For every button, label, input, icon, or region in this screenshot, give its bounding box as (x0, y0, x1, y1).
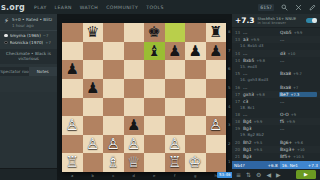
white-move-cell[interactable]: Bg4+9.9 (243, 119, 280, 124)
move-row: 19Bg3… (232, 125, 320, 132)
move-san: … (243, 85, 247, 90)
move-san: … (280, 58, 284, 63)
square-h4[interactable] (206, 98, 227, 117)
square-c4[interactable] (103, 98, 124, 117)
move-number: 13 (235, 30, 243, 35)
square-b2[interactable]: ♙ (83, 135, 104, 154)
piece-white-pawn[interactable]: ♙ (62, 116, 83, 135)
square-d3[interactable]: ♟ (124, 116, 145, 135)
blitz-icon: ⚡ (4, 17, 9, 28)
square-h5[interactable] (206, 79, 227, 98)
square-e4[interactable] (144, 98, 165, 117)
file-coordinates: abcdefgh (62, 173, 226, 178)
black-move-cell[interactable]: Bxg3++10 (280, 147, 317, 152)
white-move-cell[interactable]: Bxb5+9.8 (243, 58, 280, 63)
rank-label-8: 8 (227, 23, 230, 42)
square-d4[interactable] (124, 98, 145, 117)
board-column: ♛♚♜♝♟♟♟♟♟♙♟♙♙♙♙♙♖♗♕♖♔ abcdefgh 87654321 … (57, 14, 232, 180)
piece-black-pawn[interactable]: ♟ (83, 79, 104, 98)
black-move-cell[interactable]: Qxb5+9.9 (280, 30, 317, 35)
square-g8[interactable] (185, 23, 206, 42)
move-eval: +9.8 (256, 59, 265, 63)
black-move-cell[interactable]: … (280, 37, 317, 42)
move-number: 18 (235, 119, 243, 124)
game-info-sidebar: ⚡ 5+0 • Rated • Blitz 1 hour ago Smyrna … (0, 14, 57, 180)
black-move-cell[interactable]: … (280, 99, 317, 104)
move-san: … (280, 99, 284, 104)
square-d2[interactable]: ♙ (124, 135, 145, 154)
move-eval: +7 (293, 86, 298, 90)
move-san: … (243, 71, 247, 76)
move-eval: +9.5 (254, 141, 263, 145)
square-g1[interactable]: ♔ (185, 153, 206, 172)
move-san: Bxb5 (243, 58, 254, 63)
black-move-cell[interactable]: Bf5++10.5 (280, 154, 317, 159)
game-meta: ⚡ 5+0 • Rated • Blitz 1 hour ago (0, 14, 57, 30)
rank-label-7: 7 (227, 42, 230, 61)
move-eval: +9 (291, 113, 296, 117)
square-f3[interactable] (165, 116, 186, 135)
move-san: … (280, 37, 284, 42)
white-move-cell[interactable]: Bg3 (243, 154, 280, 159)
square-d1[interactable]: ♕ (124, 153, 145, 172)
black-move-cell[interactable]: … (280, 58, 317, 63)
white-move-cell[interactable]: … (243, 85, 280, 90)
rank-label-5: 5 (227, 79, 230, 98)
game-result-text: Checkmate • Black is victorious (0, 49, 57, 64)
piece-black-queen[interactable]: ♛ (83, 23, 104, 42)
square-a3[interactable]: ♙ (62, 116, 83, 135)
square-c5[interactable] (103, 79, 124, 98)
move-row: 13…Qxb5+9.9 (232, 29, 320, 36)
square-e1[interactable] (144, 153, 165, 172)
black-move-cell[interactable]: d3+10 (280, 51, 317, 56)
move-eval: +9.9 (286, 120, 295, 124)
site-logo[interactable]: s.org (1, 3, 25, 12)
white-color-icon (4, 34, 8, 38)
rank-label-2: 2 (227, 135, 230, 154)
piece-black-pawn[interactable]: ♟ (206, 42, 227, 61)
square-b1[interactable] (83, 153, 104, 172)
move-eval: +9.7 (293, 72, 302, 76)
square-h6[interactable] (206, 60, 227, 79)
move-san: O-O (280, 112, 289, 117)
white-move-cell[interactable]: a3+9.9 (243, 37, 280, 42)
file-label-e: e (144, 173, 165, 178)
engine-header: +7.3 Stockfish 16+ NNUE in local browser (232, 14, 320, 28)
move-number: 19 (235, 126, 243, 131)
search-icon[interactable] (281, 4, 288, 11)
move-number: 14 (235, 58, 243, 63)
move-san: Bxa8 (280, 85, 291, 90)
best-move-segment[interactable]: 16. Ne1 +7.3 (280, 161, 320, 169)
move-row: 15…Bxa8+9.7 (232, 70, 320, 77)
square-h7[interactable]: ♟ (206, 42, 227, 61)
move-eval: +9.9 (254, 120, 263, 124)
move-row: 16…Bxa8+7 (232, 84, 320, 91)
move-san: Bh2 (243, 140, 252, 145)
square-e2[interactable] (144, 135, 165, 154)
lichess-analysis-page: s.org PLAYLEARNWATCHCOMMUNITYTOOLS 6157 … (0, 0, 320, 180)
black-move-cell[interactable]: Be7+7.3 (279, 92, 317, 97)
engine-toggle[interactable] (306, 18, 317, 24)
move-row: 21Bg3Bf5++10.5 (232, 153, 320, 160)
square-d8[interactable] (124, 23, 145, 42)
move-eval: +7.3 (291, 93, 300, 97)
square-b4[interactable] (83, 98, 104, 117)
mistake-eval: +6.8 (267, 163, 277, 168)
file-label-d: d (124, 173, 145, 178)
move-number: 14 (235, 51, 243, 56)
move-eval: +9.9 (250, 38, 259, 42)
move-eval: +9.9 (294, 31, 303, 35)
next-mistake-button[interactable]: ▶ (296, 170, 316, 179)
move-san: a3 (243, 37, 248, 42)
move-row: 20Bg1+9.5Bxg3++10 (232, 146, 320, 153)
square-c3[interactable] (103, 116, 124, 135)
move-eval: +9.6 (294, 141, 303, 145)
white-move-cell[interactable]: Bg1+9.5 (243, 147, 280, 152)
move-san: … (280, 126, 284, 131)
move-number: 21 (235, 154, 243, 159)
square-f4[interactable] (165, 98, 186, 117)
move-row: 14…d3+10 (232, 50, 320, 57)
move-row: 18…O-O+9 (232, 111, 320, 118)
piece-black-pawn[interactable]: ♟ (165, 42, 186, 61)
white-move-cell[interactable]: Bg3 (243, 126, 280, 131)
chat-area (0, 92, 57, 168)
square-b8[interactable]: ♛ (83, 23, 104, 42)
square-h1[interactable] (206, 153, 227, 172)
chess-board: ♛♚♜♝♟♟♟♟♟♙♟♙♙♙♙♙♖♗♕♖♔ (62, 23, 226, 172)
square-g6[interactable] (185, 60, 206, 79)
move-number: 18 (235, 112, 243, 117)
square-d7[interactable] (124, 42, 145, 61)
black-move-cell[interactable]: Bg6++9.6 (280, 140, 317, 145)
white-move-cell[interactable]: gxh3+9.8 (243, 92, 279, 97)
square-c2[interactable]: ♙ (103, 135, 124, 154)
move-eval: +9.5 (254, 148, 263, 152)
white-rating-delta: −7 (43, 33, 49, 38)
game-format: 5+0 • Rated • Blitz (12, 17, 52, 22)
challenges-icon[interactable] (295, 4, 302, 11)
black-move-cell[interactable]: Bxa8+9.7 (280, 71, 317, 76)
analysis-toolbar: ≡⇅⚙◀▶▶ (232, 169, 320, 180)
black-color-icon (4, 41, 8, 45)
square-f6[interactable] (165, 60, 186, 79)
move-row: 13a3+9.9… (232, 36, 320, 43)
edit-icon[interactable] (309, 4, 316, 11)
top-nav-bar: s.org PLAYLEARNWATCHCOMMUNITYTOOLS 6157 (0, 0, 320, 14)
square-f2[interactable]: ♙ (165, 135, 186, 154)
clock-badge: 53:46 (217, 172, 233, 178)
square-c7[interactable] (103, 42, 124, 61)
square-b3[interactable] (83, 116, 104, 135)
tab-notes[interactable]: Notes (29, 67, 58, 76)
move-san: gxh3 (243, 92, 254, 97)
next-move-icon[interactable]: ▶ (276, 169, 281, 180)
piece-white-pawn[interactable]: ♙ (83, 135, 104, 154)
file-label-c: c (103, 173, 124, 178)
square-d6[interactable] (124, 60, 145, 79)
nav-item-community[interactable]: COMMUNITY (106, 5, 138, 10)
best-eval: +7.3 (308, 163, 318, 168)
piece-black-pawn[interactable]: ♟ (124, 116, 145, 135)
square-e5[interactable] (144, 79, 165, 98)
black-move-cell[interactable]: O-O+9 (280, 112, 317, 117)
move-list: 13…Qxb5+9.913a3+9.9…14. Bxb5 d314…d3+101… (232, 28, 320, 161)
rank-label-4: 4 (227, 98, 230, 117)
black-move-cell[interactable]: … (280, 126, 317, 131)
move-san: … (243, 112, 247, 117)
analysis-panel: +7.3 Stockfish 16+ NNUE in local browser… (232, 14, 320, 180)
black-player-row[interactable]: Rosnicka (1970) +7 (4, 40, 53, 45)
square-a1[interactable]: ♖ (62, 153, 83, 172)
move-san: Qxb5 (280, 30, 292, 35)
piece-black-rook[interactable]: ♜ (206, 23, 227, 42)
white-player-name[interactable]: Smyrna (1965) (10, 33, 41, 38)
square-h8[interactable]: ♜ (206, 23, 227, 42)
move-number: 20 (235, 140, 243, 145)
retro-feedback-bar: Nb4? +6.8 16. Ne1 +7.3 (232, 161, 320, 169)
move-san: f5 (280, 119, 284, 124)
square-b7[interactable] (83, 42, 104, 61)
square-e7[interactable]: ♝ (144, 42, 165, 61)
move-san: Be7 (280, 92, 289, 97)
move-row: 20Bh2+9.5Bg6++9.6 (232, 139, 320, 146)
piece-black-pawn[interactable]: ♟ (185, 42, 206, 61)
move-row: 14Bxb5+9.8… (232, 57, 320, 64)
header-user[interactable]: 6157 (258, 4, 274, 11)
square-c6[interactable] (103, 60, 124, 79)
game-time-ago: 1 hour ago (12, 23, 52, 28)
nav-item-tools[interactable]: TOOLS (146, 5, 164, 10)
file-label-b: b (83, 173, 104, 178)
file-label-g: g (185, 173, 206, 178)
square-g5[interactable] (185, 79, 206, 98)
square-g2[interactable] (185, 135, 206, 154)
menu-icon[interactable]: ≡ (236, 169, 241, 180)
move-san: Bf5+ (280, 154, 291, 159)
move-row: 17c3… (232, 98, 320, 105)
file-label-a: a (62, 173, 83, 178)
rank-label-6: 6 (227, 60, 230, 79)
move-san: Bg6+ (280, 140, 292, 145)
white-move-cell[interactable]: c3 (243, 99, 280, 104)
move-san: … (243, 51, 247, 56)
square-a6[interactable]: ♟ (62, 60, 83, 79)
piece-white-rook[interactable]: ♖ (165, 153, 186, 172)
square-c8[interactable] (103, 23, 124, 42)
rank-label-3: 3 (227, 116, 230, 135)
square-f7[interactable]: ♟ (165, 42, 186, 61)
square-e6[interactable] (144, 60, 165, 79)
square-g4[interactable] (185, 98, 206, 117)
chat-input[interactable] (0, 168, 57, 180)
move-san: … (243, 30, 247, 35)
piece-white-pawn[interactable]: ♙ (206, 116, 227, 135)
piece-white-pawn[interactable]: ♙ (103, 135, 124, 154)
nav-item-watch[interactable]: WATCH (80, 5, 98, 10)
nav-item-play[interactable]: PLAY (34, 5, 47, 10)
prev-move-icon[interactable]: ◀ (266, 169, 271, 180)
move-number: 17 (235, 92, 243, 97)
mistake-move: Nb4? (234, 163, 245, 168)
square-f1[interactable]: ♖ (165, 153, 186, 172)
square-f5[interactable] (165, 79, 186, 98)
toggle-knob (312, 18, 317, 23)
move-san: c3 (243, 99, 248, 104)
black-move-cell[interactable]: Bxa8+7 (280, 85, 317, 90)
settings-icon[interactable]: ⚙ (256, 169, 261, 180)
header-right: 6157 (258, 0, 316, 14)
move-row: 17gxh3+9.8Be7+7.3 (232, 91, 320, 98)
move-number: 13 (235, 37, 243, 42)
square-b5[interactable]: ♟ (83, 79, 104, 98)
move-row: 18Bg4+9.9f5+9.9 (232, 118, 320, 125)
piece-white-rook[interactable]: ♖ (62, 153, 83, 172)
flip-board-icon[interactable]: ⇅ (246, 169, 251, 180)
square-d5[interactable] (124, 79, 145, 98)
piece-black-pawn[interactable]: ♟ (62, 60, 83, 79)
engine-eval: +7.3 (235, 16, 255, 25)
black-player-name[interactable]: Rosnicka (1970) (10, 40, 44, 45)
move-eval: +10 (297, 148, 305, 152)
square-e3[interactable] (144, 116, 165, 135)
square-g7[interactable]: ♟ (185, 42, 206, 61)
black-rating-delta: +7 (45, 40, 51, 45)
piece-black-king[interactable]: ♚ (144, 23, 165, 42)
move-number: 15 (235, 71, 243, 76)
piece-white-pawn[interactable]: ♙ (165, 135, 186, 154)
move-san: Bxa8 (280, 71, 291, 76)
players-block: Smyrna (1965) −7 Rosnicka (1970) +7 (0, 30, 57, 47)
white-move-cell[interactable]: Bh2+9.5 (243, 140, 280, 145)
white-move-cell[interactable]: … (243, 71, 280, 76)
square-h3[interactable]: ♙ (206, 116, 227, 135)
move-number: 16 (235, 85, 243, 90)
square-h2[interactable] (206, 135, 227, 154)
piece-white-bishop[interactable]: ♗ (103, 153, 124, 172)
move-eval: +10.5 (293, 155, 304, 159)
file-label-f: f (165, 173, 186, 178)
sidebar-tabs: Spectator roomNotes (0, 67, 57, 76)
piece-white-pawn[interactable]: ♙ (124, 135, 145, 154)
square-f8[interactable] (165, 23, 186, 42)
mistake-segment[interactable]: Nb4? +6.8 (232, 161, 280, 169)
square-b6[interactable] (83, 60, 104, 79)
main-nav: PLAYLEARNWATCHCOMMUNITYTOOLS (34, 5, 164, 10)
square-g3[interactable] (185, 116, 206, 135)
white-move-cell[interactable]: … (243, 30, 280, 35)
white-player-row[interactable]: Smyrna (1965) −7 (4, 33, 53, 38)
tab-spectator-room[interactable]: Spectator room (0, 67, 29, 76)
move-san: Bxg3+ (280, 147, 295, 152)
white-move-cell[interactable]: … (243, 51, 280, 56)
move-eval: +9.8 (256, 93, 265, 97)
best-move: 16. Ne1 (282, 163, 298, 168)
square-a7[interactable] (62, 42, 83, 61)
move-san: Bg4 (243, 119, 252, 124)
rank-coordinates: 87654321 (227, 23, 230, 172)
engine-location: in local browser (258, 21, 306, 25)
square-a5[interactable] (62, 79, 83, 98)
square-c1[interactable]: ♗ (103, 153, 124, 172)
move-san: d3 (280, 51, 286, 56)
move-san: Bg1 (243, 147, 252, 152)
move-eval: +10 (288, 52, 296, 56)
rank-label-1: 1 (227, 153, 230, 172)
nav-item-learn[interactable]: LEARN (55, 5, 72, 10)
piece-black-bishop[interactable]: ♝ (144, 42, 165, 61)
square-a2[interactable] (62, 135, 83, 154)
tab-label: Spectator room (0, 69, 28, 74)
black-move-cell[interactable]: f5+9.9 (280, 119, 317, 124)
square-e8[interactable]: ♚ (144, 23, 165, 42)
move-number: 20 (235, 147, 243, 152)
tab-label: Notes (37, 69, 49, 74)
white-move-cell[interactable]: … (243, 112, 280, 117)
move-number: 17 (235, 99, 243, 104)
square-a8[interactable] (62, 23, 83, 42)
square-a4[interactable] (62, 98, 83, 117)
move-san: Bg3 (243, 126, 252, 131)
piece-white-queen[interactable]: ♕ (124, 153, 145, 172)
piece-white-king[interactable]: ♔ (185, 153, 206, 172)
move-san: Bg3 (243, 154, 252, 159)
